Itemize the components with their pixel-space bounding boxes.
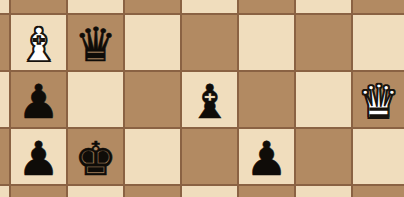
square-r3c6[interactable] <box>296 129 351 184</box>
square-r2c0[interactable] <box>0 72 9 127</box>
square-r3c1[interactable]: ♟ <box>11 129 66 184</box>
black-pawn-piece[interactable]: ♟ <box>17 78 59 127</box>
square-r2c1[interactable]: ♟ <box>11 72 66 127</box>
square-r1c3[interactable] <box>125 15 180 70</box>
square-r3c0[interactable] <box>0 129 9 184</box>
square-r0c6[interactable] <box>296 0 351 13</box>
square-r4c2[interactable] <box>68 186 123 197</box>
square-r3c4[interactable] <box>182 129 237 184</box>
square-r4c4[interactable] <box>182 186 237 197</box>
black-bishop-piece[interactable]: ♝ <box>188 78 230 127</box>
square-r0c7[interactable] <box>353 0 404 13</box>
square-r1c2[interactable]: ♛ <box>68 15 123 70</box>
square-r1c5[interactable] <box>239 15 294 70</box>
square-r1c0[interactable] <box>0 15 9 70</box>
white-bishop-piece[interactable]: ♝ <box>17 21 59 70</box>
square-r0c5[interactable] <box>239 0 294 13</box>
square-r1c1[interactable]: ♝ <box>11 15 66 70</box>
square-r2c2[interactable] <box>68 72 123 127</box>
square-r3c2[interactable]: ♚ <box>68 129 123 184</box>
square-r3c7[interactable] <box>353 129 404 184</box>
white-queen-piece[interactable]: ♛ <box>357 78 399 127</box>
square-r2c4[interactable]: ♝ <box>182 72 237 127</box>
square-r0c0[interactable] <box>0 0 9 13</box>
black-pawn-piece[interactable]: ♟ <box>245 135 287 184</box>
square-r1c4[interactable] <box>182 15 237 70</box>
chess-board: ♝♛♟♝♛♟♚♟ <box>0 0 404 197</box>
square-r0c4[interactable] <box>182 0 237 13</box>
square-r4c5[interactable] <box>239 186 294 197</box>
square-r2c6[interactable] <box>296 72 351 127</box>
black-pawn-piece[interactable]: ♟ <box>17 135 59 184</box>
black-king-piece[interactable]: ♚ <box>74 135 116 184</box>
square-r1c6[interactable] <box>296 15 351 70</box>
square-r4c3[interactable] <box>125 186 180 197</box>
square-r2c3[interactable] <box>125 72 180 127</box>
square-r4c7[interactable] <box>353 186 404 197</box>
square-r0c3[interactable] <box>125 0 180 13</box>
square-r2c7[interactable]: ♛ <box>353 72 404 127</box>
square-r4c6[interactable] <box>296 186 351 197</box>
square-r0c1[interactable] <box>11 0 66 13</box>
square-r3c3[interactable] <box>125 129 180 184</box>
square-r4c0[interactable] <box>0 186 9 197</box>
square-r0c2[interactable] <box>68 0 123 13</box>
square-r4c1[interactable] <box>11 186 66 197</box>
black-queen-piece[interactable]: ♛ <box>74 21 116 70</box>
square-r1c7[interactable] <box>353 15 404 70</box>
square-r2c5[interactable] <box>239 72 294 127</box>
square-r3c5[interactable]: ♟ <box>239 129 294 184</box>
